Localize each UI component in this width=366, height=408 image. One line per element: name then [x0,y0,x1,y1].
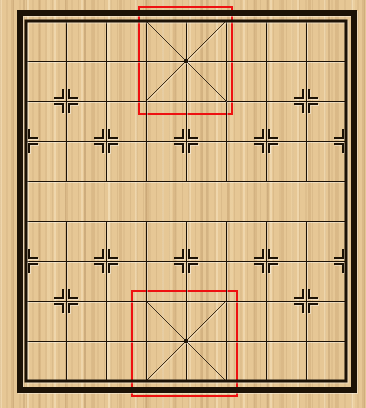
board-cell[interactable] [26,341,66,381]
board-cell[interactable] [26,141,66,181]
board-cell[interactable] [146,261,186,301]
board-cell[interactable] [226,261,266,301]
board-cell[interactable] [26,261,66,301]
board-cell[interactable] [66,181,106,221]
board-cell[interactable] [186,221,226,261]
board-cell[interactable] [146,101,186,141]
board-cell[interactable] [106,341,146,381]
board-cell[interactable] [266,61,306,101]
board-cell[interactable] [266,141,306,181]
board-cell[interactable] [186,141,226,181]
board-cell[interactable] [26,101,66,141]
board-cell[interactable] [66,101,106,141]
board-cell[interactable] [26,221,66,261]
board-cell[interactable] [106,261,146,301]
board-cell[interactable] [226,301,266,341]
board-cell[interactable] [266,101,306,141]
board-cell[interactable] [306,341,346,381]
board-cell[interactable] [186,101,226,141]
board-cell[interactable] [146,141,186,181]
board-cell[interactable] [186,261,226,301]
board-cell[interactable] [106,301,146,341]
board-cell[interactable] [186,341,226,381]
board-cell[interactable] [146,21,186,61]
board-cell[interactable] [266,261,306,301]
board-cell[interactable] [226,221,266,261]
board-cell[interactable] [146,301,186,341]
board-cell[interactable] [306,261,346,301]
board-grid [26,21,347,382]
board-cell[interactable] [306,101,346,141]
board-cell[interactable] [146,341,186,381]
board-cell[interactable] [106,181,146,221]
board-cell[interactable] [226,21,266,61]
board-cell[interactable] [226,341,266,381]
board-cell[interactable] [26,181,66,221]
board-cell[interactable] [306,181,346,221]
board-cell[interactable] [106,141,146,181]
board-cell[interactable] [186,181,226,221]
board-cell[interactable] [26,21,66,61]
board-cell[interactable] [226,101,266,141]
board-cell[interactable] [306,221,346,261]
board-cell[interactable] [146,181,186,221]
board-cell[interactable] [306,21,346,61]
xiangqi-board [0,0,366,408]
board-cell[interactable] [66,301,106,341]
board-cell[interactable] [266,341,306,381]
board-cell[interactable] [106,221,146,261]
board-cell[interactable] [106,101,146,141]
board-cell[interactable] [26,301,66,341]
board-cell[interactable] [306,301,346,341]
board-cell[interactable] [66,261,106,301]
board-cell[interactable] [266,181,306,221]
board-cell[interactable] [66,221,106,261]
board-cell[interactable] [66,21,106,61]
board-cell[interactable] [226,181,266,221]
board-cell[interactable] [26,61,66,101]
board-cell[interactable] [266,221,306,261]
board-cell[interactable] [66,141,106,181]
board-cell[interactable] [186,301,226,341]
board-cell[interactable] [186,21,226,61]
board-cell[interactable] [226,61,266,101]
board-cell[interactable] [186,61,226,101]
board-cell[interactable] [226,141,266,181]
board-cell[interactable] [106,61,146,101]
board-cell[interactable] [266,21,306,61]
board-cell[interactable] [106,21,146,61]
board-cell[interactable] [146,221,186,261]
board-cell[interactable] [66,61,106,101]
board-cell[interactable] [266,301,306,341]
board-cell[interactable] [66,341,106,381]
board-cell[interactable] [146,61,186,101]
board-cell[interactable] [306,61,346,101]
board-cell[interactable] [306,141,346,181]
